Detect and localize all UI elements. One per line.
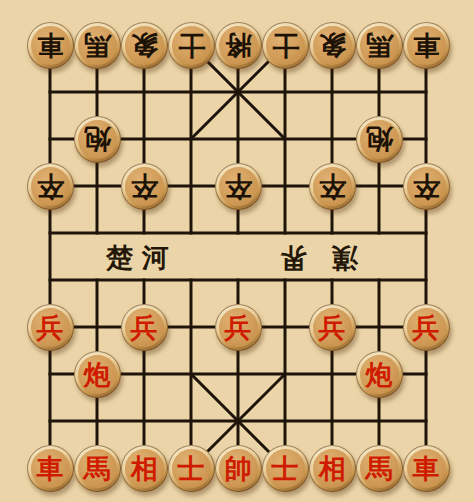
piece-glyph-advisor: 士 <box>178 455 205 482</box>
piece-red-general[interactable]: 帥 <box>215 445 262 492</box>
piece-glyph-cannon: 炮 <box>366 126 393 153</box>
piece-black-advisor[interactable]: 士 <box>168 22 215 69</box>
piece-glyph-soldier: 兵 <box>37 314 64 341</box>
piece-red-advisor[interactable]: 士 <box>168 445 215 492</box>
piece-red-chariot[interactable]: 車 <box>27 445 74 492</box>
piece-black-horse[interactable]: 馬 <box>356 22 403 69</box>
piece-face: 炮 <box>360 120 399 159</box>
piece-face: 兵 <box>219 308 258 347</box>
piece-glyph-elephant: 相 <box>319 455 346 482</box>
piece-black-soldier[interactable]: 卒 <box>27 163 74 210</box>
piece-glyph-chariot: 車 <box>37 455 64 482</box>
piece-face: 兵 <box>407 308 446 347</box>
piece-glyph-horse: 馬 <box>84 32 111 59</box>
piece-glyph-soldier: 兵 <box>131 314 158 341</box>
piece-face: 卒 <box>31 167 70 206</box>
piece-black-horse[interactable]: 馬 <box>74 22 121 69</box>
river-label-chu-he: 楚河 <box>106 242 178 274</box>
piece-face: 車 <box>407 449 446 488</box>
piece-glyph-cannon: 炮 <box>84 126 111 153</box>
piece-glyph-cannon: 炮 <box>366 361 393 388</box>
piece-face: 士 <box>266 449 305 488</box>
piece-face: 炮 <box>78 120 117 159</box>
piece-glyph-horse: 馬 <box>366 32 393 59</box>
piece-red-horse[interactable]: 馬 <box>74 445 121 492</box>
piece-black-cannon[interactable]: 炮 <box>74 116 121 163</box>
piece-glyph-general: 將 <box>225 32 252 59</box>
piece-red-advisor[interactable]: 士 <box>262 445 309 492</box>
piece-glyph-soldier: 卒 <box>413 173 440 200</box>
piece-glyph-soldier: 卒 <box>319 173 346 200</box>
piece-black-soldier[interactable]: 卒 <box>121 163 168 210</box>
piece-black-soldier[interactable]: 卒 <box>309 163 356 210</box>
piece-black-elephant[interactable]: 象 <box>309 22 356 69</box>
piece-glyph-elephant: 象 <box>131 32 158 59</box>
piece-face: 兵 <box>31 308 70 347</box>
xiangqi-board: 楚河 漢界 車馬象士將士象馬車炮炮卒卒卒卒卒兵兵兵兵兵炮炮車馬相士帥士相馬車 <box>0 0 474 502</box>
piece-glyph-soldier: 兵 <box>319 314 346 341</box>
piece-glyph-soldier: 兵 <box>413 314 440 341</box>
piece-glyph-general: 帥 <box>225 455 252 482</box>
piece-glyph-advisor: 士 <box>272 32 299 59</box>
piece-face: 馬 <box>360 449 399 488</box>
piece-red-elephant[interactable]: 相 <box>121 445 168 492</box>
board-grid-lines <box>0 0 474 502</box>
piece-red-soldier[interactable]: 兵 <box>309 304 356 351</box>
piece-glyph-elephant: 相 <box>131 455 158 482</box>
piece-face: 馬 <box>78 26 117 65</box>
piece-glyph-chariot: 車 <box>413 455 440 482</box>
piece-face: 炮 <box>78 355 117 394</box>
piece-face: 卒 <box>125 167 164 206</box>
piece-face: 兵 <box>125 308 164 347</box>
piece-face: 士 <box>266 26 305 65</box>
piece-black-elephant[interactable]: 象 <box>121 22 168 69</box>
piece-red-elephant[interactable]: 相 <box>309 445 356 492</box>
piece-red-cannon[interactable]: 炮 <box>74 351 121 398</box>
piece-black-general[interactable]: 將 <box>215 22 262 69</box>
piece-face: 車 <box>31 449 70 488</box>
piece-black-chariot[interactable]: 車 <box>27 22 74 69</box>
piece-face: 馬 <box>360 26 399 65</box>
piece-face: 帥 <box>219 449 258 488</box>
piece-black-chariot[interactable]: 車 <box>403 22 450 69</box>
piece-black-soldier[interactable]: 卒 <box>403 163 450 210</box>
piece-face: 相 <box>125 449 164 488</box>
piece-glyph-horse: 馬 <box>84 455 111 482</box>
piece-red-soldier[interactable]: 兵 <box>27 304 74 351</box>
piece-red-soldier[interactable]: 兵 <box>403 304 450 351</box>
piece-glyph-soldier: 兵 <box>225 314 252 341</box>
piece-glyph-soldier: 卒 <box>37 173 64 200</box>
piece-face: 將 <box>219 26 258 65</box>
piece-red-chariot[interactable]: 車 <box>403 445 450 492</box>
piece-face: 象 <box>125 26 164 65</box>
piece-glyph-soldier: 卒 <box>225 173 252 200</box>
piece-face: 士 <box>172 449 211 488</box>
piece-glyph-chariot: 車 <box>413 32 440 59</box>
piece-red-soldier[interactable]: 兵 <box>215 304 262 351</box>
piece-glyph-advisor: 士 <box>272 455 299 482</box>
piece-glyph-advisor: 士 <box>178 32 205 59</box>
piece-face: 車 <box>31 26 70 65</box>
piece-glyph-cannon: 炮 <box>84 361 111 388</box>
piece-face: 卒 <box>313 167 352 206</box>
piece-face: 相 <box>313 449 352 488</box>
piece-face: 兵 <box>313 308 352 347</box>
piece-face: 象 <box>313 26 352 65</box>
piece-red-cannon[interactable]: 炮 <box>356 351 403 398</box>
piece-black-cannon[interactable]: 炮 <box>356 116 403 163</box>
piece-face: 炮 <box>360 355 399 394</box>
piece-face: 卒 <box>219 167 258 206</box>
piece-black-advisor[interactable]: 士 <box>262 22 309 69</box>
piece-glyph-horse: 馬 <box>366 455 393 482</box>
piece-face: 車 <box>407 26 446 65</box>
piece-glyph-elephant: 象 <box>319 32 346 59</box>
piece-face: 士 <box>172 26 211 65</box>
river-label-han-jie: 漢界 <box>256 242 358 274</box>
piece-red-horse[interactable]: 馬 <box>356 445 403 492</box>
piece-red-soldier[interactable]: 兵 <box>121 304 168 351</box>
piece-face: 馬 <box>78 449 117 488</box>
piece-glyph-soldier: 卒 <box>131 173 158 200</box>
piece-glyph-chariot: 車 <box>37 32 64 59</box>
piece-face: 卒 <box>407 167 446 206</box>
piece-black-soldier[interactable]: 卒 <box>215 163 262 210</box>
